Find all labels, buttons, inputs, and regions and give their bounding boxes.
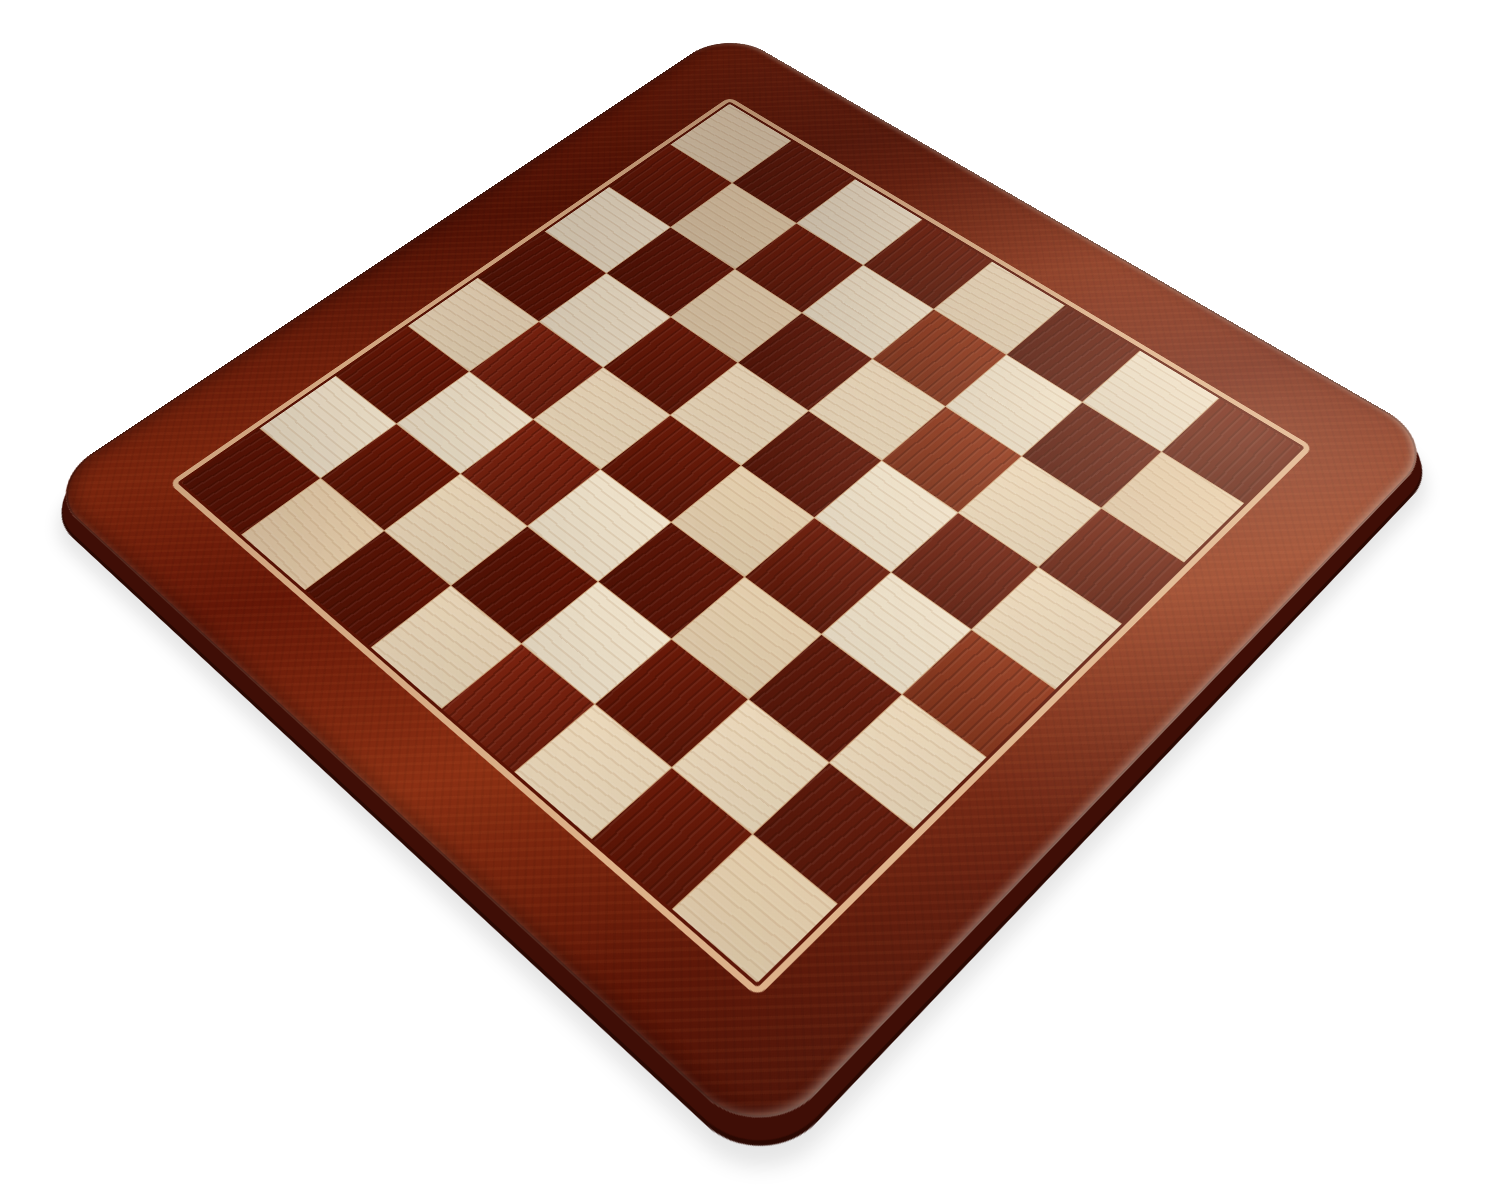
photo-background	[0, 0, 1500, 1200]
perspective-scene	[0, 0, 1500, 1200]
playing-field	[181, 104, 1301, 983]
chess-board	[41, 30, 1440, 1150]
maple-inlay-line	[169, 97, 1314, 998]
